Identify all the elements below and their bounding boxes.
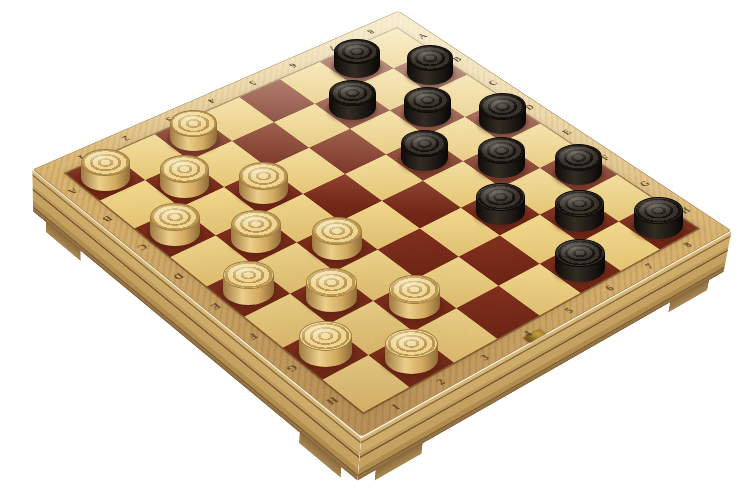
piece-top-rings — [334, 39, 379, 64]
piece-top-rings — [555, 239, 605, 267]
piece-top-rings — [389, 275, 441, 304]
checker-piece-black[interactable] — [478, 137, 526, 178]
piece-top-rings — [476, 183, 525, 210]
checker-piece-black[interactable] — [634, 197, 683, 239]
piece-top-rings — [329, 80, 376, 106]
checker-piece-black[interactable] — [401, 130, 449, 171]
piece-top-rings — [407, 45, 452, 70]
piece-top-rings — [478, 137, 526, 164]
piece-top-rings — [81, 149, 130, 176]
checker-piece-white[interactable] — [81, 149, 130, 191]
checker-piece-white[interactable] — [312, 217, 362, 260]
checker-piece-white[interactable] — [306, 268, 358, 312]
checker-piece-black[interactable] — [555, 190, 604, 232]
piece-top-rings — [385, 329, 438, 359]
piece-top-rings — [404, 87, 451, 113]
checker-piece-white[interactable] — [150, 203, 200, 246]
checker-piece-white[interactable] — [223, 261, 275, 305]
checker-piece-black[interactable] — [479, 93, 526, 133]
checker-piece-black[interactable] — [404, 87, 451, 127]
piece-top-rings — [479, 93, 526, 119]
piece-top-rings — [299, 321, 352, 351]
checkers-photo-scene: 1122334455667788AABBCCDDEEFFGGHH — [0, 0, 750, 500]
checker-piece-black[interactable] — [407, 45, 452, 84]
checker-piece-white[interactable] — [299, 321, 352, 367]
piece-top-rings — [555, 190, 604, 217]
checker-piece-black[interactable] — [555, 144, 603, 185]
piece-top-rings — [634, 197, 683, 224]
checker-piece-black[interactable] — [334, 39, 379, 78]
checker-piece-white[interactable] — [231, 210, 281, 253]
checker-piece-white[interactable] — [239, 162, 288, 204]
piece-top-rings — [170, 110, 218, 137]
piece-top-rings — [306, 268, 358, 297]
checker-piece-white[interactable] — [385, 329, 438, 375]
checker-piece-black[interactable] — [476, 183, 525, 225]
checker-piece-black[interactable] — [555, 239, 605, 282]
piece-top-rings — [555, 144, 603, 171]
pieces-overlay — [0, 0, 750, 500]
checker-piece-white[interactable] — [170, 110, 218, 151]
piece-top-rings — [160, 155, 209, 182]
checker-piece-white[interactable] — [160, 155, 209, 197]
checker-piece-white[interactable] — [389, 275, 441, 319]
checker-piece-black[interactable] — [329, 80, 376, 120]
piece-top-rings — [239, 162, 288, 189]
